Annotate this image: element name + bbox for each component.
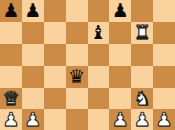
- square-h7[interactable]: [153, 0, 175, 22]
- square-f7[interactable]: ♟: [109, 0, 131, 22]
- piece-white-queen[interactable]: ♛: [2, 88, 19, 110]
- square-e6[interactable]: ♝: [88, 22, 110, 44]
- square-h6[interactable]: [153, 22, 175, 44]
- square-a2[interactable]: ♟: [0, 109, 22, 130]
- square-g7[interactable]: [131, 0, 153, 22]
- square-f2[interactable]: ♟: [109, 109, 131, 130]
- square-h2[interactable]: ♟: [153, 109, 175, 130]
- square-d6[interactable]: [66, 22, 88, 44]
- square-g2[interactable]: ♟: [131, 109, 153, 130]
- piece-white-pawn[interactable]: ♟: [2, 109, 19, 130]
- square-c5[interactable]: [44, 44, 66, 66]
- piece-white-pawn[interactable]: ♟: [24, 109, 41, 130]
- square-a3[interactable]: ♛: [0, 88, 22, 110]
- square-b7[interactable]: ♟: [22, 0, 44, 22]
- square-f4[interactable]: [109, 66, 131, 88]
- square-a6[interactable]: [0, 22, 22, 44]
- square-b4[interactable]: [22, 66, 44, 88]
- square-a7[interactable]: ♟: [0, 0, 22, 22]
- square-b2[interactable]: ♟: [22, 109, 44, 130]
- piece-black-queen[interactable]: ♛: [68, 66, 85, 88]
- square-b6[interactable]: [22, 22, 44, 44]
- square-a4[interactable]: [0, 66, 22, 88]
- piece-white-pawn[interactable]: ♟: [112, 109, 129, 130]
- square-a5[interactable]: [0, 44, 22, 66]
- piece-white-knight[interactable]: ♞: [134, 88, 151, 110]
- square-g6[interactable]: ♜: [131, 22, 153, 44]
- square-c7[interactable]: [44, 0, 66, 22]
- square-e4[interactable]: [88, 66, 110, 88]
- square-h4[interactable]: [153, 66, 175, 88]
- square-h3[interactable]: [153, 88, 175, 110]
- square-f6[interactable]: [109, 22, 131, 44]
- piece-white-rook[interactable]: ♜: [134, 22, 151, 44]
- square-d2[interactable]: [66, 109, 88, 130]
- square-b3[interactable]: [22, 88, 44, 110]
- square-f3[interactable]: [109, 88, 131, 110]
- square-e3[interactable]: [88, 88, 110, 110]
- square-d4[interactable]: ♛: [66, 66, 88, 88]
- square-g3[interactable]: ♞: [131, 88, 153, 110]
- square-c6[interactable]: [44, 22, 66, 44]
- square-c2[interactable]: [44, 109, 66, 130]
- square-c3[interactable]: [44, 88, 66, 110]
- piece-white-pawn[interactable]: ♟: [156, 109, 173, 130]
- square-h5[interactable]: [153, 44, 175, 66]
- square-d3[interactable]: [66, 88, 88, 110]
- square-g4[interactable]: [131, 66, 153, 88]
- piece-white-pawn[interactable]: ♟: [134, 109, 151, 130]
- piece-black-pawn[interactable]: ♟: [24, 0, 41, 22]
- square-e5[interactable]: [88, 44, 110, 66]
- square-b5[interactable]: [22, 44, 44, 66]
- square-d7[interactable]: [66, 0, 88, 22]
- square-e2[interactable]: [88, 109, 110, 130]
- square-d5[interactable]: [66, 44, 88, 66]
- piece-black-pawn[interactable]: ♟: [112, 0, 129, 22]
- square-g5[interactable]: [131, 44, 153, 66]
- square-f5[interactable]: [109, 44, 131, 66]
- piece-black-pawn[interactable]: ♟: [2, 0, 19, 22]
- square-c4[interactable]: [44, 66, 66, 88]
- piece-black-bishop[interactable]: ♝: [90, 22, 107, 44]
- square-e7[interactable]: [88, 0, 110, 22]
- chess-board: ♟♟♟♝♜♛♛♞♟♟♟♟♟: [0, 0, 175, 130]
